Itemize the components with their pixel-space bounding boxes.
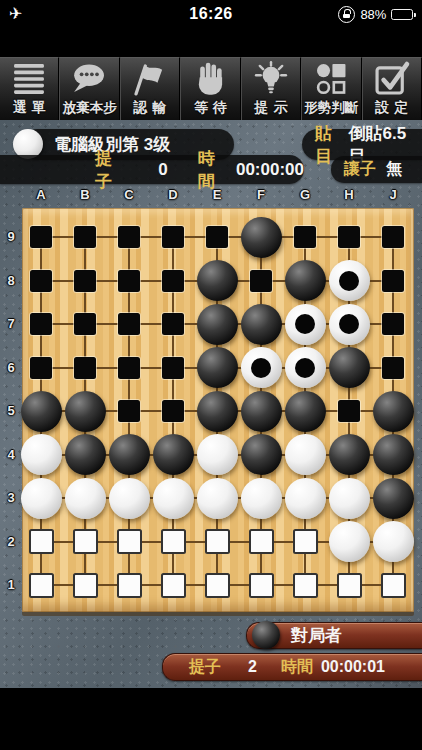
black-territory-mark bbox=[162, 226, 184, 248]
black-stone bbox=[285, 391, 326, 432]
white-territory-mark bbox=[205, 529, 230, 554]
resign-label: 認輸 bbox=[129, 99, 172, 116]
white-stone bbox=[197, 478, 238, 519]
black-stone bbox=[197, 304, 238, 345]
black-stone bbox=[373, 434, 414, 475]
board-cell-C2[interactable] bbox=[107, 520, 151, 564]
settings-label: 設定 bbox=[370, 99, 413, 116]
black-territory-mark bbox=[382, 357, 404, 379]
board-cell-H2[interactable] bbox=[327, 520, 371, 564]
row-label-9: 9 bbox=[4, 229, 18, 244]
board-cell-G9[interactable] bbox=[283, 215, 327, 259]
board-cell-D8[interactable] bbox=[151, 259, 195, 303]
black-territory-mark bbox=[30, 357, 52, 379]
white-territory-mark bbox=[205, 573, 230, 598]
board-cell-B2[interactable] bbox=[63, 520, 107, 564]
board-cell-H1[interactable] bbox=[327, 563, 371, 607]
board-cell-J5[interactable] bbox=[371, 389, 415, 433]
board-cell-G4[interactable] bbox=[283, 433, 327, 477]
white-territory-mark bbox=[73, 573, 98, 598]
dead-white-stone bbox=[329, 304, 370, 345]
flag-icon bbox=[122, 59, 178, 99]
judge-position-label: 形勢判斷 bbox=[304, 99, 358, 116]
black-player-pill: 對局者 bbox=[246, 622, 422, 649]
dead-white-stone bbox=[241, 347, 282, 388]
board-cell-B3[interactable] bbox=[63, 476, 107, 520]
black-territory-mark bbox=[382, 226, 404, 248]
board-cell-F6[interactable] bbox=[239, 346, 283, 390]
white-stone bbox=[329, 478, 370, 519]
white-captures-label: 提子 bbox=[95, 147, 125, 193]
black-stone bbox=[197, 260, 238, 301]
board-cell-H7[interactable] bbox=[327, 302, 371, 346]
black-territory-mark bbox=[338, 400, 360, 422]
board-cell-C3[interactable] bbox=[107, 476, 151, 520]
black-territory-mark bbox=[118, 313, 140, 335]
black-territory-mark bbox=[30, 226, 52, 248]
black-stats-pill: 提子 2 時間 00:00:01 bbox=[162, 653, 422, 681]
column-label-D: D bbox=[151, 187, 195, 202]
white-territory-mark bbox=[293, 529, 318, 554]
white-territory-mark bbox=[161, 573, 186, 598]
judge-position-button[interactable]: 形勢判斷 bbox=[301, 57, 361, 120]
board-cell-B9[interactable] bbox=[63, 215, 107, 259]
white-stone bbox=[197, 434, 238, 475]
black-captures-value: 2 bbox=[248, 658, 257, 676]
column-label-H: H bbox=[327, 187, 371, 202]
dead-white-stone bbox=[329, 260, 370, 301]
white-stone bbox=[109, 478, 150, 519]
white-territory-mark bbox=[29, 529, 54, 554]
black-stone bbox=[241, 304, 282, 345]
dead-white-stone bbox=[285, 304, 326, 345]
hint-button[interactable]: 提示 bbox=[241, 57, 301, 120]
black-stone bbox=[197, 391, 238, 432]
board-cell-E3[interactable] bbox=[195, 476, 239, 520]
white-stats-pill: 提子 0 時間 00:00:00 bbox=[0, 155, 304, 184]
white-stone bbox=[285, 478, 326, 519]
board-cell-F7[interactable] bbox=[239, 302, 283, 346]
white-stone bbox=[21, 478, 62, 519]
handicap-label: 讓子 bbox=[344, 159, 376, 180]
battery-percent: 88% bbox=[360, 7, 386, 22]
board-cell-F5[interactable] bbox=[239, 389, 283, 433]
black-stone bbox=[65, 434, 106, 475]
status-bar: ✈ 16:26 88% bbox=[0, 0, 422, 28]
handicap-value: 無 bbox=[386, 159, 402, 180]
board-cell-D9[interactable] bbox=[151, 215, 195, 259]
black-stone bbox=[65, 391, 106, 432]
board-cell-H3[interactable] bbox=[327, 476, 371, 520]
menu-label: 選單 bbox=[8, 99, 51, 116]
board-cell-E5[interactable] bbox=[195, 389, 239, 433]
black-territory-mark bbox=[250, 270, 272, 292]
shapes-icon bbox=[303, 59, 359, 99]
black-territory-mark bbox=[118, 357, 140, 379]
board-cell-H6[interactable] bbox=[327, 346, 371, 390]
black-territory-mark bbox=[382, 313, 404, 335]
white-territory-mark bbox=[249, 573, 274, 598]
white-territory-mark bbox=[381, 573, 406, 598]
board-cell-C7[interactable] bbox=[107, 302, 151, 346]
board-cell-E9[interactable] bbox=[195, 215, 239, 259]
white-territory-mark bbox=[293, 573, 318, 598]
white-stone bbox=[153, 478, 194, 519]
black-time-value: 00:00:01 bbox=[321, 658, 385, 676]
board-cell-G1[interactable] bbox=[283, 563, 327, 607]
white-territory-mark bbox=[161, 529, 186, 554]
black-stone bbox=[373, 478, 414, 519]
board-cell-J4[interactable] bbox=[371, 433, 415, 477]
white-stone bbox=[241, 478, 282, 519]
black-territory-mark bbox=[74, 357, 96, 379]
board-cell-J7[interactable] bbox=[371, 302, 415, 346]
black-territory-mark bbox=[162, 357, 184, 379]
board-cell-F9[interactable] bbox=[239, 215, 283, 259]
hint-label: 提示 bbox=[249, 99, 292, 116]
board-cell-B6[interactable] bbox=[63, 346, 107, 390]
board-cell-C5[interactable] bbox=[107, 389, 151, 433]
black-territory-mark bbox=[382, 270, 404, 292]
board-cell-F3[interactable] bbox=[239, 476, 283, 520]
white-territory-mark bbox=[29, 573, 54, 598]
check-square-icon bbox=[364, 59, 420, 99]
black-stone bbox=[329, 434, 370, 475]
column-label-B: B bbox=[63, 187, 107, 202]
black-territory-mark bbox=[74, 270, 96, 292]
wait-label: 等待 bbox=[189, 99, 232, 116]
board-cell-D7[interactable] bbox=[151, 302, 195, 346]
board-cell-C6[interactable] bbox=[107, 346, 151, 390]
black-stone bbox=[241, 391, 282, 432]
white-time-value: 00:00:00 bbox=[236, 160, 304, 180]
board-cell-A4[interactable] bbox=[19, 433, 63, 477]
settings-button[interactable]: 設定 bbox=[362, 57, 422, 120]
resign-button[interactable]: 認輸 bbox=[120, 57, 180, 120]
pass-label: 放棄本步 bbox=[63, 99, 117, 116]
board-cell-C1[interactable] bbox=[107, 563, 151, 607]
board-cell-A7[interactable] bbox=[19, 302, 63, 346]
white-territory-mark bbox=[337, 573, 362, 598]
board-cell-J8[interactable] bbox=[371, 259, 415, 303]
board-cell-J2[interactable] bbox=[371, 520, 415, 564]
white-territory-mark bbox=[117, 529, 142, 554]
board-cell-G2[interactable] bbox=[283, 520, 327, 564]
black-territory-mark bbox=[118, 400, 140, 422]
board-cell-F8[interactable] bbox=[239, 259, 283, 303]
board-cell-A9[interactable] bbox=[19, 215, 63, 259]
black-stone bbox=[109, 434, 150, 475]
black-territory-mark bbox=[294, 226, 316, 248]
black-territory-mark bbox=[30, 270, 52, 292]
board-cell-E6[interactable] bbox=[195, 346, 239, 390]
board-cell-B1[interactable] bbox=[63, 563, 107, 607]
black-stone bbox=[153, 434, 194, 475]
wait-button[interactable]: 等待 bbox=[180, 57, 240, 120]
board-cell-D5[interactable] bbox=[151, 389, 195, 433]
board-cell-G3[interactable] bbox=[283, 476, 327, 520]
black-stone bbox=[373, 391, 414, 432]
board-cell-A3[interactable] bbox=[19, 476, 63, 520]
white-territory-mark bbox=[249, 529, 274, 554]
black-stone bbox=[241, 217, 282, 258]
toolbar: 選單 放棄本步 認輸 bbox=[0, 57, 422, 120]
board-cell-D6[interactable] bbox=[151, 346, 195, 390]
black-territory-mark bbox=[118, 270, 140, 292]
white-stone bbox=[373, 521, 414, 562]
handicap-pill: 讓子 無 bbox=[331, 156, 422, 183]
board-cell-G6[interactable] bbox=[283, 346, 327, 390]
board-cell-D4[interactable] bbox=[151, 433, 195, 477]
board-cell-J3[interactable] bbox=[371, 476, 415, 520]
board-cell-J9[interactable] bbox=[371, 215, 415, 259]
white-stone bbox=[65, 478, 106, 519]
black-territory-mark bbox=[162, 270, 184, 292]
black-time-label: 時間 bbox=[281, 657, 313, 678]
black-captures-label: 提子 bbox=[189, 657, 221, 678]
row-label-6: 6 bbox=[4, 360, 18, 375]
board-cell-B4[interactable] bbox=[63, 433, 107, 477]
board-cell-H8[interactable] bbox=[327, 259, 371, 303]
board-cell-F2[interactable] bbox=[239, 520, 283, 564]
dead-white-stone bbox=[285, 347, 326, 388]
black-territory-mark bbox=[74, 226, 96, 248]
board-cell-C8[interactable] bbox=[107, 259, 151, 303]
column-label-F: F bbox=[239, 187, 283, 202]
black-stone bbox=[285, 260, 326, 301]
menu-button[interactable]: 選單 bbox=[0, 57, 59, 120]
board-cell-E2[interactable] bbox=[195, 520, 239, 564]
column-label-J: J bbox=[371, 187, 415, 202]
board-cell-E1[interactable] bbox=[195, 563, 239, 607]
board-cell-B5[interactable] bbox=[63, 389, 107, 433]
board-cell-G5[interactable] bbox=[283, 389, 327, 433]
board-cell-G7[interactable] bbox=[283, 302, 327, 346]
board-cell-E7[interactable] bbox=[195, 302, 239, 346]
lightbulb-icon bbox=[243, 59, 299, 99]
board-cell-H9[interactable] bbox=[327, 215, 371, 259]
row-label-3: 3 bbox=[4, 490, 18, 505]
black-player-name: 對局者 bbox=[291, 624, 342, 647]
black-stone bbox=[21, 391, 62, 432]
battery-icon bbox=[391, 9, 416, 20]
row-label-2: 2 bbox=[4, 534, 18, 549]
hand-icon bbox=[182, 59, 238, 99]
board-cell-B7[interactable] bbox=[63, 302, 107, 346]
speech-bubble-icon bbox=[62, 59, 118, 99]
black-stone bbox=[241, 434, 282, 475]
column-label-G: G bbox=[283, 187, 327, 202]
menu-icon bbox=[1, 59, 57, 99]
black-territory-mark bbox=[338, 226, 360, 248]
board-cell-F1[interactable] bbox=[239, 563, 283, 607]
row-label-4: 4 bbox=[4, 447, 18, 462]
black-territory-mark bbox=[162, 400, 184, 422]
board-cell-H4[interactable] bbox=[327, 433, 371, 477]
board-cell-D2[interactable] bbox=[151, 520, 195, 564]
board-cell-F4[interactable] bbox=[239, 433, 283, 477]
board-cell-B8[interactable] bbox=[63, 259, 107, 303]
pass-button[interactable]: 放棄本步 bbox=[59, 57, 119, 120]
board-cell-G8[interactable] bbox=[283, 259, 327, 303]
black-territory-mark bbox=[74, 313, 96, 335]
row-label-7: 7 bbox=[4, 316, 18, 331]
board-cell-E8[interactable] bbox=[195, 259, 239, 303]
column-label-E: E bbox=[195, 187, 239, 202]
board-cell-C9[interactable] bbox=[107, 215, 151, 259]
board-cell-D1[interactable] bbox=[151, 563, 195, 607]
row-label-5: 5 bbox=[4, 403, 18, 418]
white-stone bbox=[329, 521, 370, 562]
white-stone bbox=[285, 434, 326, 475]
board-cell-J1[interactable] bbox=[371, 563, 415, 607]
board-cell-A8[interactable] bbox=[19, 259, 63, 303]
white-time-label: 時間 bbox=[198, 147, 228, 193]
white-captures-value: 0 bbox=[158, 160, 167, 180]
black-territory-mark bbox=[118, 226, 140, 248]
board-cell-A2[interactable] bbox=[19, 520, 63, 564]
board-cell-A1[interactable] bbox=[19, 563, 63, 607]
game-area: 電腦級別第 3级 貼目 倒貼6.5目 提子 0 時間 00:00:00 讓子 無… bbox=[0, 120, 422, 688]
row-label-8: 8 bbox=[4, 273, 18, 288]
white-territory-mark bbox=[117, 573, 142, 598]
orientation-lock-icon bbox=[338, 6, 355, 23]
board-cell-D3[interactable] bbox=[151, 476, 195, 520]
black-stone bbox=[329, 347, 370, 388]
board-cell-C4[interactable] bbox=[107, 433, 151, 477]
white-territory-mark bbox=[73, 529, 98, 554]
board-cell-A5[interactable] bbox=[19, 389, 63, 433]
board-cell-E4[interactable] bbox=[195, 433, 239, 477]
black-stone bbox=[197, 347, 238, 388]
row-label-1: 1 bbox=[4, 577, 18, 592]
column-label-C: C bbox=[107, 187, 151, 202]
black-stone-icon bbox=[252, 621, 280, 649]
white-stone bbox=[21, 434, 62, 475]
board-cell-J6[interactable] bbox=[371, 346, 415, 390]
board-cell-H5[interactable] bbox=[327, 389, 371, 433]
black-territory-mark bbox=[206, 226, 228, 248]
column-label-A: A bbox=[19, 187, 63, 202]
black-territory-mark bbox=[30, 313, 52, 335]
go-board[interactable] bbox=[22, 208, 414, 612]
app-screen: ✈ 16:26 88% 選單 bbox=[0, 0, 422, 750]
board-cell-A6[interactable] bbox=[19, 346, 63, 390]
black-territory-mark bbox=[162, 313, 184, 335]
